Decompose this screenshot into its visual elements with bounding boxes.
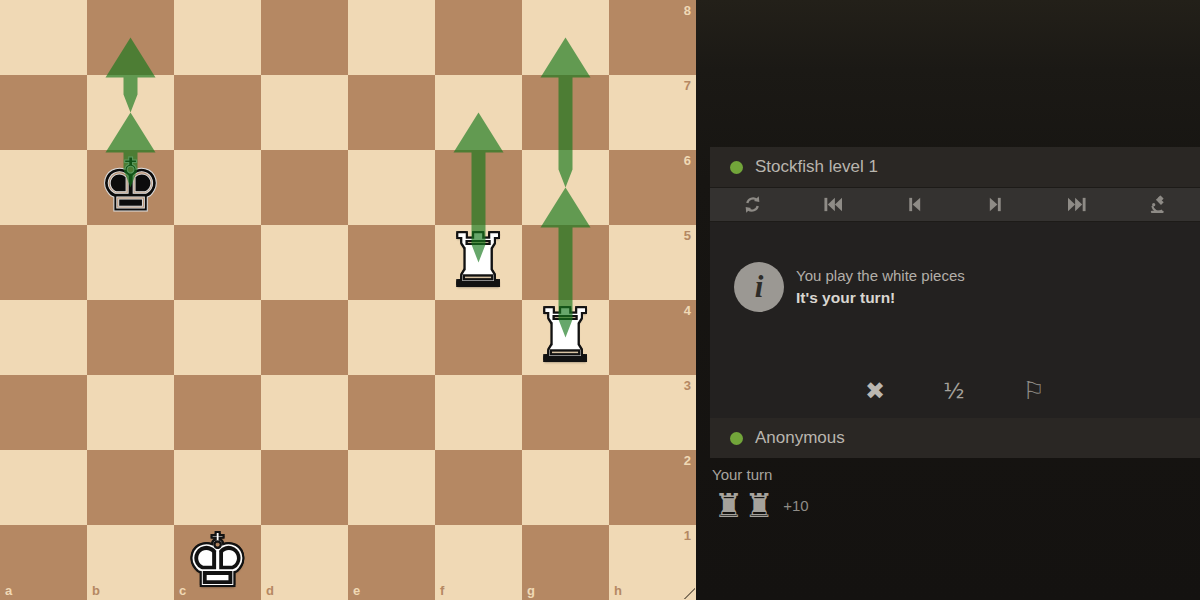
online-indicator [730, 161, 743, 174]
player-bar: Anonymous [710, 418, 1200, 458]
square-b3[interactable] [87, 375, 174, 450]
square-f3[interactable] [435, 375, 522, 450]
square-c4[interactable] [174, 300, 261, 375]
square-e2[interactable] [348, 450, 435, 525]
white-king[interactable]: ♚ [184, 523, 250, 597]
square-f4[interactable] [435, 300, 522, 375]
square-d8[interactable] [261, 0, 348, 75]
square-g7[interactable] [522, 75, 609, 150]
rank-label: 6 [684, 154, 691, 167]
black-king[interactable]: ♚ [97, 148, 163, 222]
replay-controls [710, 187, 1200, 222]
square-b8[interactable] [87, 0, 174, 75]
square-h1[interactable]: 1h [609, 525, 696, 600]
chess-board: 87♚6♜5♜432abc♚defg1h [0, 0, 696, 600]
square-h2[interactable]: 2 [609, 450, 696, 525]
square-g5[interactable] [522, 225, 609, 300]
captured-rook-icon: ♜ [745, 489, 775, 522]
previous-move-icon [905, 195, 924, 214]
square-b2[interactable] [87, 450, 174, 525]
game-panel: Stockfish level 1 [710, 147, 1200, 458]
square-d2[interactable] [261, 450, 348, 525]
square-d7[interactable] [261, 75, 348, 150]
opponent-name: Stockfish level 1 [755, 157, 878, 177]
square-e6[interactable] [348, 150, 435, 225]
file-label: e [353, 584, 360, 597]
square-d5[interactable] [261, 225, 348, 300]
next-move-icon [986, 195, 1005, 214]
info-line-turn: It's your turn! [796, 288, 965, 307]
info-icon: i [734, 262, 784, 312]
rank-label: 5 [684, 229, 691, 242]
rank-label: 7 [684, 79, 691, 92]
square-a1[interactable]: a [0, 525, 87, 600]
square-h7[interactable]: 7 [609, 75, 696, 150]
file-label: f [440, 584, 444, 597]
file-label: h [614, 584, 622, 597]
square-h5[interactable]: 5 [609, 225, 696, 300]
square-d1[interactable]: d [261, 525, 348, 600]
material-advantage: +10 [783, 497, 808, 514]
info-line-color: You play the white pieces [796, 267, 965, 286]
square-f8[interactable] [435, 0, 522, 75]
rank-label: 1 [684, 529, 691, 542]
square-f7[interactable] [435, 75, 522, 150]
square-c2[interactable] [174, 450, 261, 525]
info-text: You play the white pieces It's your turn… [796, 267, 965, 307]
square-e4[interactable] [348, 300, 435, 375]
info-row: i You play the white pieces It's your tu… [734, 262, 1176, 312]
abort-button[interactable]: ✖ [859, 377, 891, 405]
square-h4[interactable]: 4 [609, 300, 696, 375]
square-a3[interactable] [0, 375, 87, 450]
captured-rook-icon: ♜ [714, 489, 744, 522]
square-e8[interactable] [348, 0, 435, 75]
square-c8[interactable] [174, 0, 261, 75]
rank-label: 4 [684, 304, 691, 317]
square-b5[interactable] [87, 225, 174, 300]
first-move-button[interactable] [813, 192, 853, 218]
board-grid: 87♚6♜5♜432abc♚defg1h [0, 0, 696, 600]
square-b7[interactable] [87, 75, 174, 150]
captured-material: ♜ ♜ +10 [714, 489, 809, 522]
flip-board-button[interactable] [732, 192, 772, 218]
square-b4[interactable] [87, 300, 174, 375]
square-f1[interactable]: f [435, 525, 522, 600]
analysis-board-icon [1148, 195, 1167, 214]
game-action-buttons: ✖ ½ ⚐ [734, 376, 1176, 405]
first-move-icon [822, 195, 844, 214]
opponent-bar: Stockfish level 1 [710, 147, 1200, 187]
square-c3[interactable] [174, 375, 261, 450]
file-label: g [527, 584, 535, 597]
rank-label: 2 [684, 454, 691, 467]
lichess-game-page: 87♚6♜5♜432abc♚defg1h Stockfish level 1 [0, 0, 1200, 600]
rank-label: 8 [684, 4, 691, 17]
square-e1[interactable]: e [348, 525, 435, 600]
square-h3[interactable]: 3 [609, 375, 696, 450]
square-f2[interactable] [435, 450, 522, 525]
square-g8[interactable] [522, 0, 609, 75]
square-g6[interactable] [522, 150, 609, 225]
square-e7[interactable] [348, 75, 435, 150]
square-c5[interactable] [174, 225, 261, 300]
square-g3[interactable] [522, 375, 609, 450]
square-d4[interactable] [261, 300, 348, 375]
square-b1[interactable]: b [87, 525, 174, 600]
square-a5[interactable] [0, 225, 87, 300]
last-move-icon [1066, 195, 1088, 214]
flip-board-icon [743, 195, 762, 214]
turn-status: Your turn [712, 466, 772, 483]
square-e3[interactable] [348, 375, 435, 450]
square-b6[interactable]: ♚ [87, 150, 174, 225]
next-move-button[interactable] [976, 192, 1016, 218]
file-label: b [92, 584, 100, 597]
previous-move-button[interactable] [894, 192, 934, 218]
square-c6[interactable] [174, 150, 261, 225]
rank-label: 3 [684, 379, 691, 392]
square-h8[interactable]: 8 [609, 0, 696, 75]
square-a4[interactable] [0, 300, 87, 375]
square-c1[interactable]: c♚ [174, 525, 261, 600]
resign-button[interactable]: ⚐ [1017, 376, 1051, 405]
square-g2[interactable] [522, 450, 609, 525]
square-a2[interactable] [0, 450, 87, 525]
file-label: d [266, 584, 274, 597]
player-name: Anonymous [755, 428, 845, 448]
analysis-board-button[interactable] [1138, 192, 1178, 218]
white-rook[interactable]: ♜ [445, 223, 511, 297]
game-message-area: i You play the white pieces It's your tu… [710, 222, 1200, 418]
square-d6[interactable] [261, 150, 348, 225]
last-move-button[interactable] [1057, 192, 1097, 218]
square-a8[interactable] [0, 0, 87, 75]
file-label: a [5, 584, 12, 597]
square-e5[interactable] [348, 225, 435, 300]
square-h6[interactable]: 6 [609, 150, 696, 225]
square-g4[interactable]: ♜ [522, 300, 609, 375]
square-c7[interactable] [174, 75, 261, 150]
online-indicator [730, 432, 743, 445]
draw-offer-button[interactable]: ½ [937, 378, 970, 404]
square-a7[interactable] [0, 75, 87, 150]
game-sidebar: Stockfish level 1 [696, 0, 1200, 600]
white-rook[interactable]: ♜ [532, 298, 598, 372]
square-a6[interactable] [0, 150, 87, 225]
square-g1[interactable]: g [522, 525, 609, 600]
square-f5[interactable]: ♜ [435, 225, 522, 300]
square-f6[interactable] [435, 150, 522, 225]
square-d3[interactable] [261, 375, 348, 450]
